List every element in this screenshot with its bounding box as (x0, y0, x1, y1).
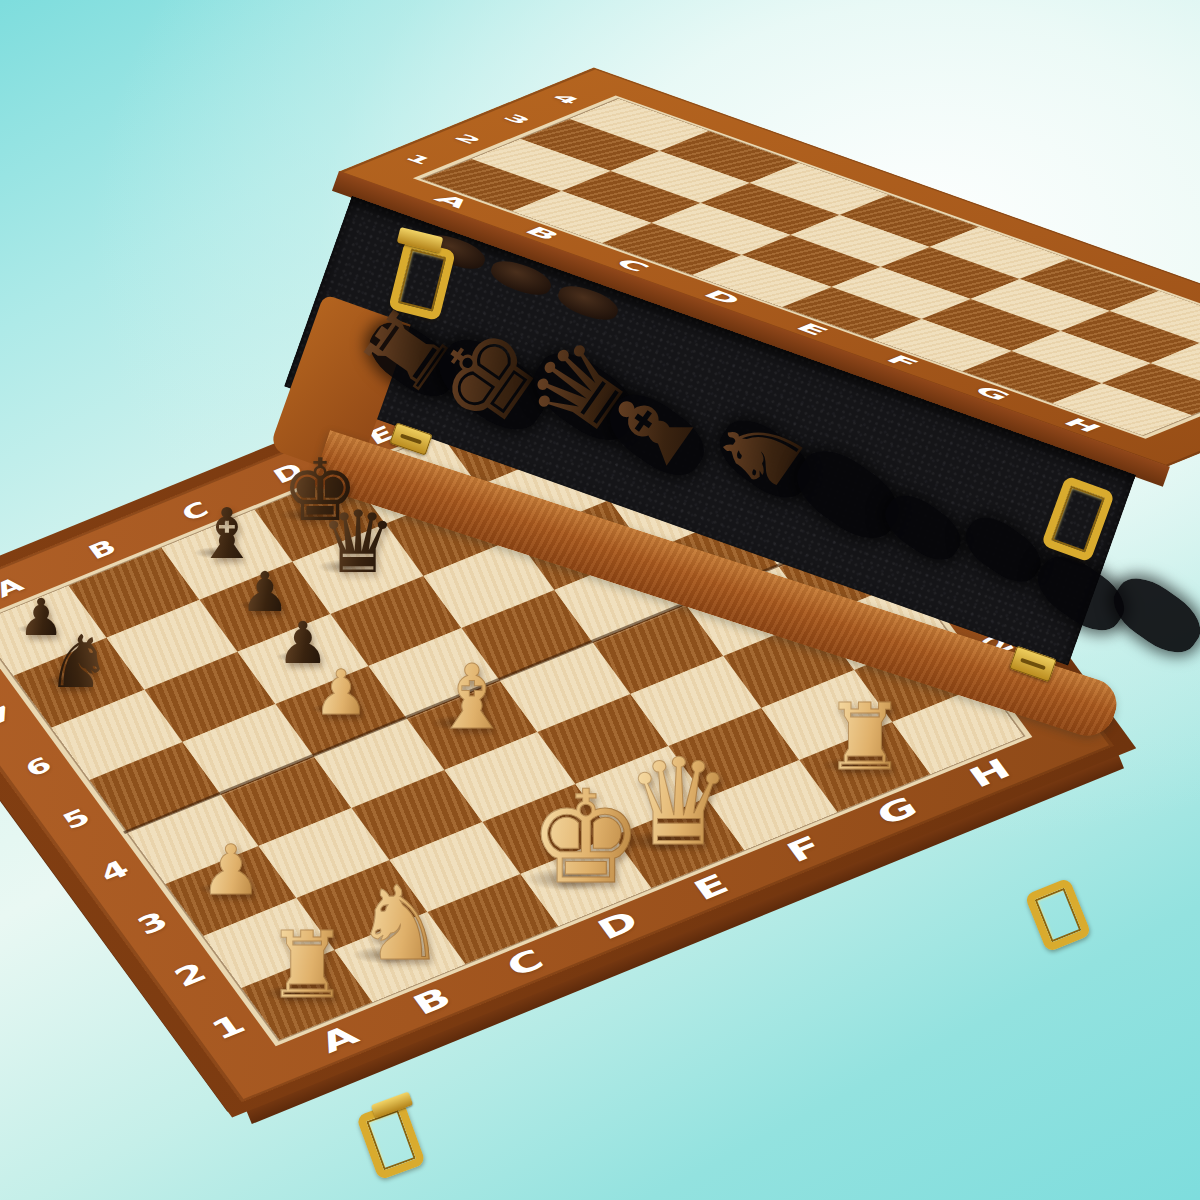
lid-rank-label-4: 4 (548, 92, 585, 106)
lid-rank-label-3: 3 (498, 112, 535, 126)
board-file-label-near-H: H (963, 752, 1018, 793)
piece-dark-queen-d7: ♛ (319, 499, 396, 585)
board-file-label-near-C: C (500, 943, 550, 982)
lid-rank-label-2: 2 (449, 132, 486, 146)
board-rank-label-left-4: 4 (94, 855, 135, 887)
board-file-label-near-B: B (406, 981, 457, 1021)
board-file-label-near-E: E (687, 868, 735, 907)
brass-buckle-board-right (1024, 877, 1092, 952)
board-rank-label-left-5: 5 (57, 804, 96, 835)
piece-light-king-d1: ♚ (529, 774, 644, 902)
board-rank-label-left-1: 1 (205, 1008, 252, 1045)
product-photo-stage: AABBCCDDEEFFGGHH1122334455667788 ♟♝♚♞♟♛♟… (0, 0, 1200, 1200)
board-rank-label-left-3: 3 (131, 906, 173, 940)
piece-light-rook-a1: ♜ (266, 920, 348, 1012)
piece-light-bishop-d4: ♝ (432, 653, 512, 742)
board-rank-label-left-2: 2 (168, 957, 213, 993)
piece-dark-knight-a7: ♞ (46, 625, 111, 698)
board-file-label-near-F: F (780, 830, 828, 869)
piece-light-rook-g1: ♜ (824, 692, 906, 784)
board-rank-label-left-6: 6 (20, 752, 57, 782)
board-rank-label-left-7: 7 (0, 701, 18, 728)
board-file-label-near-A: A (313, 1019, 365, 1059)
lid-rank-label-1: 1 (400, 152, 437, 166)
piece-light-pawn-c5: ♟ (313, 662, 369, 724)
board-file-label-far-B: B (83, 534, 121, 563)
piece-light-knight-b1: ♞ (354, 873, 445, 975)
board-file-label-near-G: G (870, 791, 924, 832)
piece-light-pawn-a3: ♟ (200, 836, 262, 905)
